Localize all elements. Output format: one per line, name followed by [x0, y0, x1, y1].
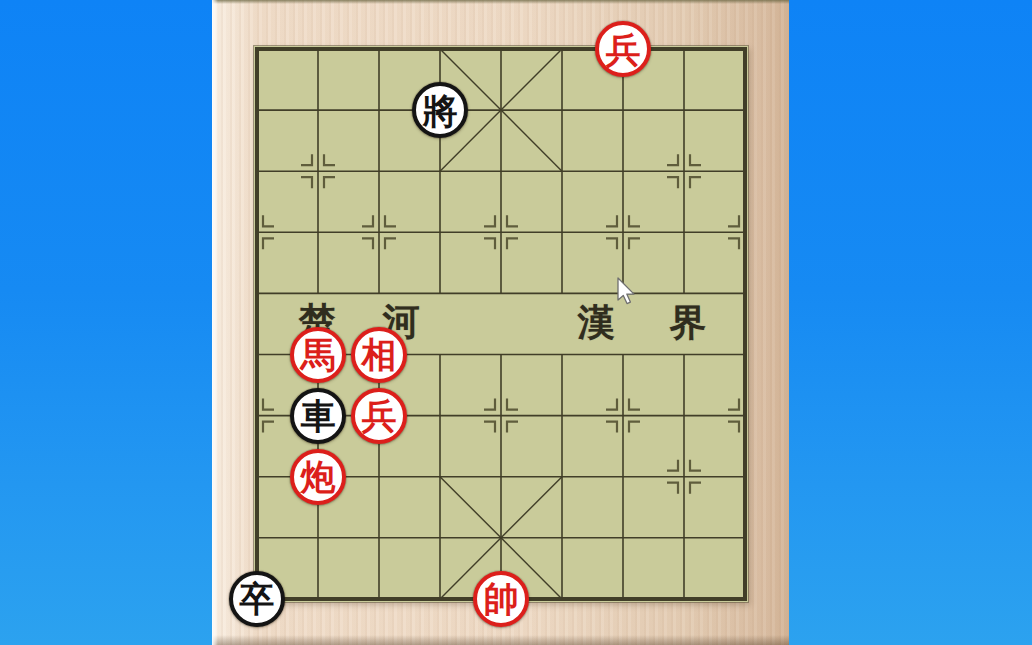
piece-black-general[interactable]: 將 — [412, 82, 468, 138]
piece-red-soldier-mid[interactable]: 兵 — [351, 388, 407, 444]
piece-red-general[interactable]: 帥 — [473, 571, 529, 627]
piece-red-soldier-top[interactable]: 兵 — [595, 21, 651, 77]
page-background: { "game": "xiangqi", "board": { "columns… — [0, 0, 1032, 645]
piece-red-horse[interactable]: 馬 — [290, 327, 346, 383]
mouse-cursor — [616, 277, 638, 307]
piece-black-chariot[interactable]: 車 — [290, 388, 346, 444]
river-label-jie: 界 — [670, 304, 707, 341]
board-edge-highlight — [212, 0, 218, 645]
river-label-han: 漢 — [578, 304, 615, 341]
piece-red-cannon[interactable]: 炮 — [290, 449, 346, 505]
piece-red-elephant[interactable]: 相 — [351, 327, 407, 383]
board-grid-area[interactable]: 楚 河 漢 界 — [254, 46, 748, 602]
piece-black-soldier[interactable]: 卒 — [229, 571, 285, 627]
